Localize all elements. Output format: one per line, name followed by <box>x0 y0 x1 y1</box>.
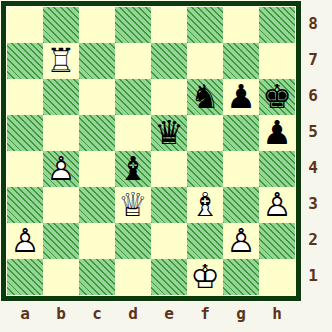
white-king: ♚♔ <box>187 259 223 295</box>
square-f7[interactable] <box>187 43 223 79</box>
file-label-d: d <box>115 300 151 328</box>
rank-label-2: 2 <box>298 223 328 259</box>
square-d3[interactable]: ♛♕ <box>115 187 151 223</box>
rank-label-3: 3 <box>298 187 328 223</box>
square-d1[interactable] <box>115 259 151 295</box>
square-h3[interactable]: ♟♙ <box>259 187 295 223</box>
square-g8[interactable] <box>223 7 259 43</box>
square-b5[interactable] <box>43 115 79 151</box>
square-f1[interactable]: ♚♔ <box>187 259 223 295</box>
square-f5[interactable] <box>187 115 223 151</box>
rank-label-4: 4 <box>298 151 328 187</box>
square-a7[interactable] <box>7 43 43 79</box>
square-g5[interactable] <box>223 115 259 151</box>
white-pawn: ♟♙ <box>7 223 43 259</box>
square-c1[interactable] <box>79 259 115 295</box>
square-e7[interactable] <box>151 43 187 79</box>
file-label-c: c <box>79 300 115 328</box>
rank-label-7: 7 <box>298 43 328 79</box>
square-a4[interactable] <box>7 151 43 187</box>
file-label-h: h <box>259 300 295 328</box>
square-f4[interactable] <box>187 151 223 187</box>
square-c5[interactable] <box>79 115 115 151</box>
file-labels: abcdefgh <box>7 300 295 328</box>
square-f6[interactable]: ♞ <box>187 79 223 115</box>
square-a5[interactable] <box>7 115 43 151</box>
square-e3[interactable] <box>151 187 187 223</box>
square-g7[interactable] <box>223 43 259 79</box>
square-c7[interactable] <box>79 43 115 79</box>
square-b8[interactable] <box>43 7 79 43</box>
square-b2[interactable] <box>43 223 79 259</box>
square-c4[interactable] <box>79 151 115 187</box>
square-a1[interactable] <box>7 259 43 295</box>
file-label-f: f <box>187 300 223 328</box>
rank-label-1: 1 <box>298 259 328 295</box>
chess-app: ♜♖♞♟♚♛♟♟♙♝♛♕♝♗♟♙♟♙♟♙♚♔ abcdefgh 87654321 <box>0 0 332 332</box>
square-a6[interactable] <box>7 79 43 115</box>
square-a8[interactable] <box>7 7 43 43</box>
black-queen: ♛ <box>151 115 187 151</box>
black-knight: ♞ <box>187 79 223 115</box>
white-queen: ♛♕ <box>115 187 151 223</box>
white-pawn: ♟♙ <box>43 151 79 187</box>
rank-label-6: 6 <box>298 79 328 115</box>
black-bishop: ♝ <box>115 151 151 187</box>
square-h2[interactable] <box>259 223 295 259</box>
square-g3[interactable] <box>223 187 259 223</box>
square-d2[interactable] <box>115 223 151 259</box>
black-pawn: ♟ <box>223 79 259 115</box>
chess-board: ♜♖♞♟♚♛♟♟♙♝♛♕♝♗♟♙♟♙♟♙♚♔ <box>7 7 295 295</box>
square-b6[interactable] <box>43 79 79 115</box>
square-h6[interactable]: ♚ <box>259 79 295 115</box>
square-e4[interactable] <box>151 151 187 187</box>
square-h1[interactable] <box>259 259 295 295</box>
square-c3[interactable] <box>79 187 115 223</box>
rank-labels: 87654321 <box>298 7 328 295</box>
square-d8[interactable] <box>115 7 151 43</box>
square-d4[interactable]: ♝ <box>115 151 151 187</box>
square-g1[interactable] <box>223 259 259 295</box>
square-e6[interactable] <box>151 79 187 115</box>
square-h4[interactable] <box>259 151 295 187</box>
square-e5[interactable]: ♛ <box>151 115 187 151</box>
file-label-b: b <box>43 300 79 328</box>
square-f8[interactable] <box>187 7 223 43</box>
square-c8[interactable] <box>79 7 115 43</box>
square-b1[interactable] <box>43 259 79 295</box>
square-b3[interactable] <box>43 187 79 223</box>
square-h7[interactable] <box>259 43 295 79</box>
square-b7[interactable]: ♜♖ <box>43 43 79 79</box>
black-pawn: ♟ <box>259 115 295 151</box>
square-e8[interactable] <box>151 7 187 43</box>
square-f2[interactable] <box>187 223 223 259</box>
file-label-a: a <box>7 300 43 328</box>
square-a2[interactable]: ♟♙ <box>7 223 43 259</box>
square-h5[interactable]: ♟ <box>259 115 295 151</box>
square-g6[interactable]: ♟ <box>223 79 259 115</box>
square-e1[interactable] <box>151 259 187 295</box>
rank-label-8: 8 <box>298 7 328 43</box>
white-pawn: ♟♙ <box>223 223 259 259</box>
square-a3[interactable] <box>7 187 43 223</box>
square-c6[interactable] <box>79 79 115 115</box>
rank-label-5: 5 <box>298 115 328 151</box>
black-king: ♚ <box>259 79 295 115</box>
square-h8[interactable] <box>259 7 295 43</box>
square-g2[interactable]: ♟♙ <box>223 223 259 259</box>
square-d7[interactable] <box>115 43 151 79</box>
square-f3[interactable]: ♝♗ <box>187 187 223 223</box>
square-e2[interactable] <box>151 223 187 259</box>
white-bishop: ♝♗ <box>187 187 223 223</box>
file-label-g: g <box>223 300 259 328</box>
square-d5[interactable] <box>115 115 151 151</box>
square-d6[interactable] <box>115 79 151 115</box>
square-b4[interactable]: ♟♙ <box>43 151 79 187</box>
board-border: ♜♖♞♟♚♛♟♟♙♝♛♕♝♗♟♙♟♙♟♙♚♔ <box>1 1 301 301</box>
square-g4[interactable] <box>223 151 259 187</box>
board-frame: ♜♖♞♟♚♛♟♟♙♝♛♕♝♗♟♙♟♙♟♙♚♔ <box>0 0 302 302</box>
square-c2[interactable] <box>79 223 115 259</box>
white-rook: ♜♖ <box>43 43 79 79</box>
file-label-e: e <box>151 300 187 328</box>
white-pawn: ♟♙ <box>259 187 295 223</box>
